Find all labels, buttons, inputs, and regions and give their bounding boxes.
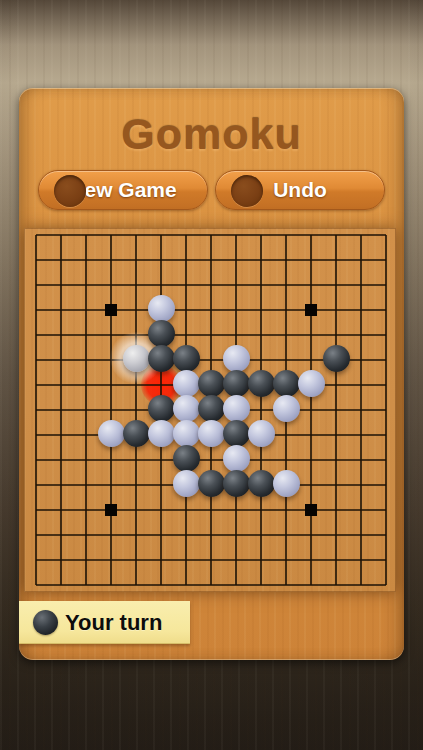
board-cell [299,373,324,398]
stone-dark [173,445,200,472]
stone-dark [323,345,350,372]
stone-light [298,370,325,397]
stone-light [273,470,300,497]
stone-dark [123,420,150,447]
status-text: Your turn [65,610,162,636]
new-game-button[interactable]: New Game [38,170,208,210]
stone-dark [198,470,225,497]
board-cell [274,473,299,498]
stone-dark [198,370,225,397]
game-panel: Gomoku New Game Undo Your turn [19,88,404,660]
board-cell [149,423,174,448]
stone-dark [223,370,250,397]
stone-dark [223,470,250,497]
stone-light [173,420,200,447]
stone-light [173,370,200,397]
stone-light [223,445,250,472]
board-cell [224,473,249,498]
stone-light [273,395,300,422]
stone-dark [148,320,175,347]
stone-dark [273,370,300,397]
stone-dark [148,395,175,422]
stone-light [123,345,150,372]
board-cell [274,398,299,423]
board-cell [324,348,349,373]
board-cell [199,423,224,448]
stone-light [223,345,250,372]
undo-button[interactable]: Undo [215,170,385,210]
stone-dark [198,395,225,422]
button-dot-icon [231,175,263,207]
app-title: Gomoku [19,110,404,159]
stone-dark [248,370,275,397]
stone-light [248,420,275,447]
stone-light [173,395,200,422]
board-cell [199,473,224,498]
stone-dark [173,345,200,372]
board-cell [249,473,274,498]
board-cell [99,423,124,448]
stone-light [148,295,175,322]
stone-light [148,420,175,447]
stone-dark [223,420,250,447]
board-cell [249,423,274,448]
button-row: New Game Undo [38,170,385,210]
stone-light [173,470,200,497]
board-cell [124,423,149,448]
board-cell [149,348,174,373]
button-dot-icon [54,175,86,207]
undo-label: Undo [273,178,327,202]
board-cell [249,373,274,398]
stone-light [223,395,250,422]
board-cell [174,473,199,498]
stone-dark [148,345,175,372]
board-cell [124,348,149,373]
status-bar: Your turn [19,601,190,644]
stone-light [198,420,225,447]
stone-dark [248,470,275,497]
player-stone-icon [33,610,58,635]
stones-layer [24,223,399,598]
app-background: Gomoku New Game Undo Your turn [0,0,423,750]
stone-light [98,420,125,447]
game-board[interactable] [24,228,396,592]
